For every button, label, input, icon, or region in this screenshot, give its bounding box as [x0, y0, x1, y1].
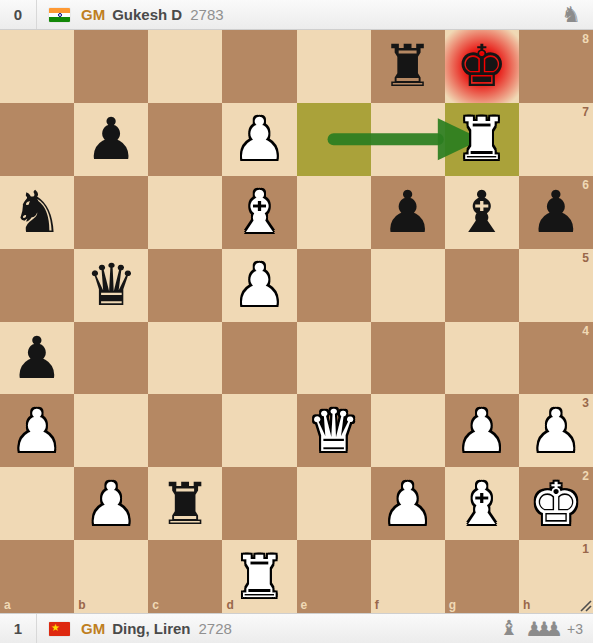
square-g7[interactable]: ♜: [445, 103, 519, 176]
piece-white-rook[interactable]: ♜: [233, 548, 285, 606]
square-e1[interactable]: e: [297, 540, 371, 613]
square-g5[interactable]: [445, 249, 519, 322]
piece-black-bishop[interactable]: ♝: [456, 183, 508, 241]
square-h6[interactable]: 6♟: [519, 176, 593, 249]
player-bar-bottom: 1 GM Ding, Liren 2728 ♝ ♟♟♟ +3: [0, 613, 593, 643]
square-f3[interactable]: [371, 394, 445, 467]
square-d5[interactable]: ♟: [222, 249, 296, 322]
piece-white-bishop[interactable]: ♝: [456, 475, 508, 533]
piece-black-knight[interactable]: ♞: [11, 183, 63, 241]
square-b2[interactable]: ♟: [74, 467, 148, 540]
india-flag-icon: [49, 8, 70, 22]
square-e5[interactable]: [297, 249, 371, 322]
piece-black-rook[interactable]: ♜: [159, 475, 211, 533]
piece-black-pawn[interactable]: ♟: [11, 329, 63, 387]
piece-white-pawn[interactable]: ♟: [456, 402, 508, 460]
square-h5[interactable]: 5: [519, 249, 593, 322]
square-a7[interactable]: [0, 103, 74, 176]
square-b1[interactable]: b: [74, 540, 148, 613]
square-h3[interactable]: 3♟: [519, 394, 593, 467]
square-d4[interactable]: [222, 322, 296, 395]
player-top-rating: 2783: [190, 6, 223, 23]
piece-white-king[interactable]: ♚: [530, 475, 582, 533]
player-top-name: Gukesh D: [112, 6, 182, 23]
rank-label-4: 4: [582, 324, 589, 338]
piece-black-queen[interactable]: ♛: [85, 256, 137, 314]
square-f4[interactable]: [371, 322, 445, 395]
piece-white-pawn[interactable]: ♟: [233, 256, 285, 314]
square-a6[interactable]: ♞: [0, 176, 74, 249]
square-a4[interactable]: ♟: [0, 322, 74, 395]
player-bottom-name: Ding, Liren: [112, 620, 190, 637]
piece-white-queen[interactable]: ♛: [308, 402, 360, 460]
square-g3[interactable]: ♟: [445, 394, 519, 467]
square-c5[interactable]: [148, 249, 222, 322]
square-c8[interactable]: [148, 30, 222, 103]
square-c2[interactable]: ♜: [148, 467, 222, 540]
player-bottom-title: GM: [81, 620, 105, 637]
square-a1[interactable]: a: [0, 540, 74, 613]
square-d3[interactable]: [222, 394, 296, 467]
player-top-score: 0: [0, 0, 37, 29]
square-e4[interactable]: [297, 322, 371, 395]
square-g4[interactable]: [445, 322, 519, 395]
square-b5[interactable]: ♛: [74, 249, 148, 322]
square-a5[interactable]: [0, 249, 74, 322]
square-c4[interactable]: [148, 322, 222, 395]
square-h8[interactable]: 8: [519, 30, 593, 103]
piece-white-pawn[interactable]: ♟: [382, 475, 434, 533]
square-b4[interactable]: [74, 322, 148, 395]
square-b7[interactable]: ♟: [74, 103, 148, 176]
square-e7[interactable]: [297, 103, 371, 176]
square-g6[interactable]: ♝: [445, 176, 519, 249]
file-label-h: h: [523, 598, 530, 612]
rank-label-1: 1: [582, 542, 589, 556]
square-d2[interactable]: [222, 467, 296, 540]
square-f7[interactable]: [371, 103, 445, 176]
piece-white-pawn[interactable]: ♟: [233, 110, 285, 168]
square-c6[interactable]: [148, 176, 222, 249]
file-label-a: a: [4, 598, 11, 612]
piece-black-pawn[interactable]: ♟: [85, 110, 137, 168]
rank-label-7: 7: [582, 105, 589, 119]
square-a3[interactable]: ♟: [0, 394, 74, 467]
player-top-title: GM: [81, 6, 105, 23]
piece-black-rook[interactable]: ♜: [382, 37, 434, 95]
captured-bishop-icon: ♝: [499, 618, 518, 639]
material-advantage: +3: [567, 621, 583, 637]
piece-black-king[interactable]: ♚: [456, 37, 508, 95]
player-bottom-score: 1: [0, 614, 37, 643]
square-e8[interactable]: [297, 30, 371, 103]
square-d1[interactable]: d♜: [222, 540, 296, 613]
piece-white-pawn[interactable]: ♟: [11, 402, 63, 460]
square-h7[interactable]: 7: [519, 103, 593, 176]
captured-knight-icon: ♞: [561, 4, 581, 26]
square-f6[interactable]: ♟: [371, 176, 445, 249]
resize-handle[interactable]: [577, 597, 592, 612]
square-g1[interactable]: g: [445, 540, 519, 613]
file-label-f: f: [375, 598, 379, 612]
file-label-b: b: [78, 598, 85, 612]
rank-label-3: 3: [582, 396, 589, 410]
piece-white-pawn[interactable]: ♟: [530, 402, 582, 460]
square-g8[interactable]: ♚: [445, 30, 519, 103]
square-d8[interactable]: [222, 30, 296, 103]
square-e3[interactable]: ♛: [297, 394, 371, 467]
square-a2[interactable]: [0, 467, 74, 540]
captured-pawns-icon: ♟♟♟: [525, 619, 563, 639]
rank-label-2: 2: [582, 469, 589, 483]
piece-white-pawn[interactable]: ♟: [85, 475, 137, 533]
rank-label-6: 6: [582, 178, 589, 192]
square-e2[interactable]: [297, 467, 371, 540]
square-d7[interactable]: ♟: [222, 103, 296, 176]
square-b8[interactable]: [74, 30, 148, 103]
square-d6[interactable]: ♝: [222, 176, 296, 249]
square-c3[interactable]: [148, 394, 222, 467]
square-c1[interactable]: c: [148, 540, 222, 613]
chess-broadcast-panel: 0 GM Gukesh D 2783 ♞ ♜♚8♟♟♜7♞♝♟♝6♟♛♟5♟4♟…: [0, 0, 593, 643]
player-bottom-rating: 2728: [199, 620, 232, 637]
square-e6[interactable]: [297, 176, 371, 249]
chess-board[interactable]: ♜♚8♟♟♜7♞♝♟♝6♟♛♟5♟4♟♛♟3♟♟♜♟♝2♚abcd♜efg1h: [0, 30, 593, 613]
file-label-g: g: [449, 598, 456, 612]
piece-white-bishop[interactable]: ♝: [233, 183, 285, 241]
square-h4[interactable]: 4: [519, 322, 593, 395]
square-f8[interactable]: ♜: [371, 30, 445, 103]
square-h2[interactable]: 2♚: [519, 467, 593, 540]
square-f2[interactable]: ♟: [371, 467, 445, 540]
rank-label-5: 5: [582, 251, 589, 265]
square-a8[interactable]: [0, 30, 74, 103]
piece-black-pawn[interactable]: ♟: [530, 183, 582, 241]
china-flag-icon: [49, 622, 70, 636]
square-b6[interactable]: [74, 176, 148, 249]
piece-white-rook[interactable]: ♜: [456, 110, 508, 168]
player-bar-top: 0 GM Gukesh D 2783 ♞: [0, 0, 593, 30]
square-b3[interactable]: [74, 394, 148, 467]
square-f5[interactable]: [371, 249, 445, 322]
square-f1[interactable]: f: [371, 540, 445, 613]
file-label-e: e: [301, 598, 308, 612]
file-label-c: c: [152, 598, 159, 612]
square-g2[interactable]: ♝: [445, 467, 519, 540]
rank-label-8: 8: [582, 32, 589, 46]
piece-black-pawn[interactable]: ♟: [382, 183, 434, 241]
square-c7[interactable]: [148, 103, 222, 176]
